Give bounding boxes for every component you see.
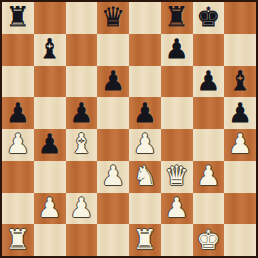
- square-b6[interactable]: [34, 66, 66, 98]
- piece-black-pawn: ♟: [228, 99, 252, 126]
- square-h2[interactable]: [224, 193, 256, 225]
- square-e3[interactable]: ♞: [129, 161, 161, 193]
- square-f1[interactable]: [161, 224, 193, 256]
- square-a7[interactable]: [2, 34, 34, 66]
- square-e1[interactable]: ♜: [129, 224, 161, 256]
- square-d4[interactable]: [97, 129, 129, 161]
- piece-white-knight: ♞: [133, 162, 157, 189]
- square-f5[interactable]: [161, 97, 193, 129]
- square-g2[interactable]: [193, 193, 225, 225]
- square-a1[interactable]: ♜: [2, 224, 34, 256]
- square-h7[interactable]: [224, 34, 256, 66]
- square-c6[interactable]: [66, 66, 98, 98]
- square-b5[interactable]: [34, 97, 66, 129]
- square-d2[interactable]: [97, 193, 129, 225]
- piece-black-bishop: ♝: [38, 35, 62, 62]
- piece-black-pawn: ♟: [133, 99, 157, 126]
- square-a3[interactable]: [2, 161, 34, 193]
- square-f8[interactable]: ♜: [161, 2, 193, 34]
- square-g1[interactable]: ♚: [193, 224, 225, 256]
- square-d7[interactable]: [97, 34, 129, 66]
- square-e8[interactable]: [129, 2, 161, 34]
- square-b1[interactable]: [34, 224, 66, 256]
- square-b3[interactable]: [34, 161, 66, 193]
- square-f4[interactable]: [161, 129, 193, 161]
- square-b7[interactable]: ♝: [34, 34, 66, 66]
- chess-diagram: ♜♛♜♚♝♟♟♟♝♟♟♟♟♟♟♝♟♟♟♞♛♟♟♟♟♜♜♚: [0, 0, 258, 258]
- piece-black-pawn: ♟: [38, 130, 62, 157]
- square-d6[interactable]: ♟: [97, 66, 129, 98]
- piece-white-rook: ♜: [6, 226, 30, 253]
- piece-white-pawn: ♟: [6, 130, 30, 157]
- square-a2[interactable]: [2, 193, 34, 225]
- piece-white-king: ♚: [196, 226, 220, 253]
- chess-board: ♜♛♜♚♝♟♟♟♝♟♟♟♟♟♟♝♟♟♟♞♛♟♟♟♟♜♜♚: [0, 0, 258, 258]
- square-c5[interactable]: ♟: [66, 97, 98, 129]
- piece-black-rook: ♜: [6, 3, 30, 30]
- square-h1[interactable]: [224, 224, 256, 256]
- piece-black-pawn: ♟: [69, 99, 93, 126]
- square-h5[interactable]: ♟: [224, 97, 256, 129]
- square-b2[interactable]: ♟: [34, 193, 66, 225]
- square-a4[interactable]: ♟: [2, 129, 34, 161]
- square-e7[interactable]: [129, 34, 161, 66]
- square-e4[interactable]: ♟: [129, 129, 161, 161]
- square-h3[interactable]: [224, 161, 256, 193]
- piece-black-rook: ♜: [165, 3, 189, 30]
- square-c2[interactable]: ♟: [66, 193, 98, 225]
- piece-white-pawn: ♟: [69, 194, 93, 221]
- piece-white-bishop: ♝: [69, 130, 93, 157]
- square-g3[interactable]: ♟: [193, 161, 225, 193]
- piece-black-king: ♚: [196, 3, 220, 30]
- square-c8[interactable]: [66, 2, 98, 34]
- square-b4[interactable]: ♟: [34, 129, 66, 161]
- square-g4[interactable]: [193, 129, 225, 161]
- square-a6[interactable]: [2, 66, 34, 98]
- piece-white-pawn: ♟: [165, 194, 189, 221]
- piece-white-pawn: ♟: [38, 194, 62, 221]
- piece-white-rook: ♜: [133, 226, 157, 253]
- square-c4[interactable]: ♝: [66, 129, 98, 161]
- square-g6[interactable]: ♟: [193, 66, 225, 98]
- piece-white-queen: ♛: [165, 162, 189, 189]
- piece-white-pawn: ♟: [133, 130, 157, 157]
- square-e2[interactable]: [129, 193, 161, 225]
- piece-black-pawn: ♟: [196, 67, 220, 94]
- square-h4[interactable]: ♟: [224, 129, 256, 161]
- piece-black-pawn: ♟: [101, 67, 125, 94]
- square-a5[interactable]: ♟: [2, 97, 34, 129]
- piece-white-pawn: ♟: [228, 130, 252, 157]
- square-f2[interactable]: ♟: [161, 193, 193, 225]
- piece-white-pawn: ♟: [196, 162, 220, 189]
- square-e5[interactable]: ♟: [129, 97, 161, 129]
- square-c3[interactable]: [66, 161, 98, 193]
- square-b8[interactable]: [34, 2, 66, 34]
- square-d5[interactable]: [97, 97, 129, 129]
- piece-black-queen: ♛: [101, 3, 125, 30]
- piece-black-pawn: ♟: [165, 35, 189, 62]
- square-c1[interactable]: [66, 224, 98, 256]
- square-f7[interactable]: ♟: [161, 34, 193, 66]
- square-h6[interactable]: ♝: [224, 66, 256, 98]
- square-d1[interactable]: [97, 224, 129, 256]
- square-f6[interactable]: [161, 66, 193, 98]
- square-g8[interactable]: ♚: [193, 2, 225, 34]
- square-g5[interactable]: [193, 97, 225, 129]
- piece-black-bishop: ♝: [228, 67, 252, 94]
- square-d8[interactable]: ♛: [97, 2, 129, 34]
- square-c7[interactable]: [66, 34, 98, 66]
- piece-black-pawn: ♟: [6, 99, 30, 126]
- square-f3[interactable]: ♛: [161, 161, 193, 193]
- square-g7[interactable]: [193, 34, 225, 66]
- piece-white-pawn: ♟: [101, 162, 125, 189]
- square-h8[interactable]: [224, 2, 256, 34]
- square-a8[interactable]: ♜: [2, 2, 34, 34]
- square-d3[interactable]: ♟: [97, 161, 129, 193]
- square-e6[interactable]: [129, 66, 161, 98]
